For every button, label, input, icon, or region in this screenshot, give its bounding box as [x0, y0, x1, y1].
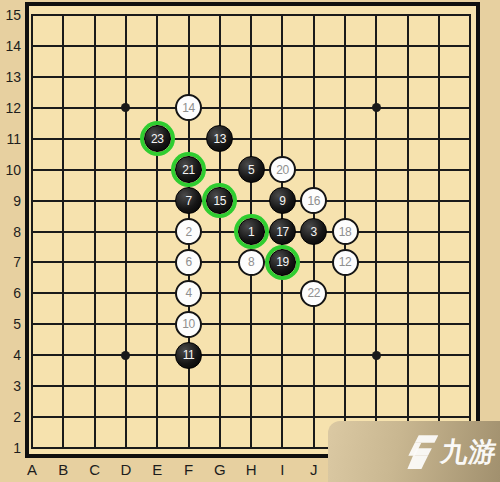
stone-number: 11	[183, 349, 194, 361]
stone-number: 18	[339, 226, 351, 238]
row-label-11: 11	[0, 131, 21, 147]
stone-18-k8: 18	[332, 218, 359, 245]
stone-11-f4: 11	[175, 342, 202, 369]
stone-2-f8: 2	[175, 218, 202, 245]
stone-17-i8: 17	[269, 218, 296, 245]
stone-8-h7: 8	[238, 249, 265, 276]
grid-line-h	[31, 323, 471, 325]
stone-1-h8: 1	[238, 218, 265, 245]
grid-line-h	[31, 416, 471, 418]
row-label-10: 10	[0, 162, 21, 178]
jiuyou-watermark-inner: 九游	[403, 434, 499, 470]
row-label-4: 4	[0, 347, 21, 363]
stone-16-j9: 16	[300, 187, 327, 214]
stone-number: 2	[185, 226, 191, 238]
row-label-12: 12	[0, 100, 21, 116]
jiuyou-watermark-text: 九游	[438, 434, 499, 470]
gomoku-diagram-root: 1234567891011121314151617181920212223 15…	[0, 0, 500, 482]
col-label-f: F	[178, 461, 200, 479]
board-grid: 1234567891011121314151617181920212223	[32, 15, 471, 449]
stone-number: 17	[276, 226, 288, 238]
stone-15-g9: 15	[206, 187, 233, 214]
star-point-l4	[372, 351, 381, 360]
star-point-d12	[121, 103, 130, 112]
col-label-c: C	[84, 461, 106, 479]
row-label-3: 3	[0, 378, 21, 394]
grid-line-h	[31, 354, 471, 356]
stone-21-f10: 21	[175, 156, 202, 183]
grid-line-h	[31, 292, 471, 294]
col-label-h: H	[240, 461, 262, 479]
star-point-l12	[372, 103, 381, 112]
row-label-9: 9	[0, 193, 21, 209]
row-label-2: 2	[0, 409, 21, 425]
stone-13-g11: 13	[206, 125, 233, 152]
stone-12-k7: 12	[332, 249, 359, 276]
stone-number: 22	[308, 287, 320, 299]
stone-number: 19	[276, 256, 288, 268]
stone-number: 14	[182, 102, 194, 114]
row-label-5: 5	[0, 316, 21, 332]
stone-number: 15	[214, 195, 226, 207]
col-label-j: J	[303, 461, 325, 479]
grid-line-v	[469, 14, 471, 449]
star-point-d4	[121, 351, 130, 360]
grid-line-h	[31, 385, 471, 387]
stone-4-f6: 4	[175, 280, 202, 307]
grid-line-v	[407, 14, 409, 449]
jiuyou-watermark: 九游	[328, 421, 500, 482]
stone-number: 21	[182, 164, 194, 176]
stone-22-j6: 22	[300, 280, 327, 307]
stone-number: 4	[185, 287, 191, 299]
stone-6-f7: 6	[175, 249, 202, 276]
row-label-8: 8	[0, 224, 21, 240]
row-label-7: 7	[0, 254, 21, 270]
stone-5-h10: 5	[238, 156, 265, 183]
stone-number: 8	[248, 256, 254, 268]
row-label-13: 13	[0, 69, 21, 85]
grid-line-v	[375, 14, 377, 449]
stone-number: 10	[182, 318, 194, 330]
stone-number: 13	[214, 133, 226, 145]
row-label-1: 1	[0, 440, 21, 456]
stone-number: 16	[308, 195, 320, 207]
stone-3-j8: 3	[300, 218, 327, 245]
row-label-15: 15	[0, 7, 21, 23]
stone-number: 7	[185, 195, 191, 207]
stone-14-f12: 14	[175, 94, 202, 121]
col-label-d: D	[115, 461, 137, 479]
stone-number: 20	[276, 164, 288, 176]
jiuyou-logo-icon	[404, 435, 439, 469]
row-label-6: 6	[0, 285, 21, 301]
stone-20-i10: 20	[269, 156, 296, 183]
stone-23-e11: 23	[144, 125, 171, 152]
col-label-a: A	[21, 461, 43, 479]
stone-number: 5	[248, 164, 254, 176]
stone-number: 6	[185, 256, 191, 268]
col-label-i: I	[271, 461, 293, 479]
stone-10-f5: 10	[175, 311, 202, 338]
stone-number: 1	[248, 226, 254, 238]
stone-number: 3	[311, 226, 317, 238]
col-label-e: E	[146, 461, 168, 479]
stone-9-i9: 9	[269, 187, 296, 214]
col-label-g: G	[209, 461, 231, 479]
stone-7-f9: 7	[175, 187, 202, 214]
row-label-14: 14	[0, 38, 21, 54]
stone-number: 23	[151, 133, 163, 145]
stone-number: 12	[339, 256, 351, 268]
grid-line-v	[438, 14, 440, 449]
stone-number: 9	[279, 195, 285, 207]
col-label-b: B	[52, 461, 74, 479]
stone-19-i7: 19	[269, 249, 296, 276]
